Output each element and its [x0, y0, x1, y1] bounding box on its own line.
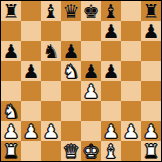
square-h8[interactable]: ♜ [141, 1, 161, 21]
white-pawn[interactable]: ♟ [22, 121, 39, 141]
square-d7[interactable] [61, 21, 81, 41]
square-f4[interactable] [101, 81, 121, 101]
square-a5[interactable] [1, 61, 21, 81]
square-e7[interactable] [81, 21, 101, 41]
square-e6[interactable] [81, 41, 101, 61]
black-pawn[interactable]: ♟ [82, 61, 99, 81]
white-queen[interactable]: ♛ [62, 141, 79, 161]
square-g1[interactable] [121, 141, 141, 161]
square-g2[interactable]: ♟ [121, 121, 141, 141]
square-d1[interactable]: ♛ [61, 141, 81, 161]
square-b5[interactable]: ♟ [21, 61, 41, 81]
square-c8[interactable]: ♝ [41, 1, 61, 21]
square-a4[interactable] [1, 81, 21, 101]
black-pawn[interactable]: ♟ [142, 21, 159, 41]
square-d6[interactable]: ♟ [61, 41, 81, 61]
square-f1[interactable]: ♝ [101, 141, 121, 161]
square-d2[interactable] [61, 121, 81, 141]
square-b7[interactable] [21, 21, 41, 41]
square-c3[interactable] [41, 101, 61, 121]
black-rook[interactable]: ♜ [142, 1, 159, 21]
square-c6[interactable]: ♞ [41, 41, 61, 61]
white-pawn[interactable]: ♟ [142, 121, 159, 141]
square-d8[interactable]: ♛ [61, 1, 81, 21]
square-g4[interactable] [121, 81, 141, 101]
white-pawn[interactable]: ♟ [122, 121, 139, 141]
square-a7[interactable] [1, 21, 21, 41]
square-h2[interactable]: ♟ [141, 121, 161, 141]
chess-board-frame: ♜♝♛♚♝♜♟♟♟♞♟♟♞♟♟♟♞♟♟♟♟♟♟♜♛♚♝♜ [0, 0, 162, 162]
square-h5[interactable] [141, 61, 161, 81]
black-bishop[interactable]: ♝ [42, 1, 59, 21]
white-pawn[interactable]: ♟ [42, 121, 59, 141]
white-pawn[interactable]: ♟ [82, 81, 99, 101]
chess-board[interactable]: ♜♝♛♚♝♜♟♟♟♞♟♟♞♟♟♟♞♟♟♟♟♟♟♜♛♚♝♜ [1, 1, 161, 161]
black-knight[interactable]: ♞ [42, 41, 59, 61]
square-e1[interactable]: ♚ [81, 141, 101, 161]
square-f2[interactable]: ♟ [101, 121, 121, 141]
square-f3[interactable] [101, 101, 121, 121]
square-d5[interactable]: ♞ [61, 61, 81, 81]
white-king[interactable]: ♚ [82, 141, 99, 161]
square-b4[interactable] [21, 81, 41, 101]
square-e5[interactable]: ♟ [81, 61, 101, 81]
square-h3[interactable] [141, 101, 161, 121]
square-b8[interactable] [21, 1, 41, 21]
black-pawn[interactable]: ♟ [22, 61, 39, 81]
black-king[interactable]: ♚ [82, 1, 99, 21]
white-rook[interactable]: ♜ [2, 141, 19, 161]
square-g6[interactable] [121, 41, 141, 61]
square-e2[interactable] [81, 121, 101, 141]
square-a2[interactable]: ♟ [1, 121, 21, 141]
white-rook[interactable]: ♜ [142, 141, 159, 161]
white-pawn[interactable]: ♟ [2, 121, 19, 141]
square-f7[interactable]: ♟ [101, 21, 121, 41]
black-pawn[interactable]: ♟ [62, 41, 79, 61]
square-g8[interactable] [121, 1, 141, 21]
square-g7[interactable] [121, 21, 141, 41]
black-rook[interactable]: ♜ [2, 1, 19, 21]
square-e8[interactable]: ♚ [81, 1, 101, 21]
square-e3[interactable] [81, 101, 101, 121]
square-g3[interactable] [121, 101, 141, 121]
square-a8[interactable]: ♜ [1, 1, 21, 21]
square-d4[interactable] [61, 81, 81, 101]
square-c5[interactable] [41, 61, 61, 81]
black-queen[interactable]: ♛ [62, 1, 79, 21]
square-c7[interactable] [41, 21, 61, 41]
square-f8[interactable]: ♝ [101, 1, 121, 21]
square-a3[interactable]: ♞ [1, 101, 21, 121]
white-bishop[interactable]: ♝ [102, 141, 119, 161]
square-g5[interactable] [121, 61, 141, 81]
white-knight[interactable]: ♞ [2, 101, 19, 121]
square-f6[interactable] [101, 41, 121, 61]
square-b3[interactable] [21, 101, 41, 121]
square-h6[interactable] [141, 41, 161, 61]
square-h1[interactable]: ♜ [141, 141, 161, 161]
square-b1[interactable] [21, 141, 41, 161]
square-e4[interactable]: ♟ [81, 81, 101, 101]
black-pawn[interactable]: ♟ [102, 21, 119, 41]
white-pawn[interactable]: ♟ [102, 121, 119, 141]
square-c2[interactable]: ♟ [41, 121, 61, 141]
square-c1[interactable] [41, 141, 61, 161]
square-h7[interactable]: ♟ [141, 21, 161, 41]
square-d3[interactable] [61, 101, 81, 121]
square-a1[interactable]: ♜ [1, 141, 21, 161]
square-h4[interactable] [141, 81, 161, 101]
black-pawn[interactable]: ♟ [102, 61, 119, 81]
square-f5[interactable]: ♟ [101, 61, 121, 81]
square-b2[interactable]: ♟ [21, 121, 41, 141]
square-b6[interactable] [21, 41, 41, 61]
white-knight[interactable]: ♞ [62, 61, 79, 81]
square-c4[interactable] [41, 81, 61, 101]
black-pawn[interactable]: ♟ [2, 41, 19, 61]
black-bishop[interactable]: ♝ [102, 1, 119, 21]
square-a6[interactable]: ♟ [1, 41, 21, 61]
